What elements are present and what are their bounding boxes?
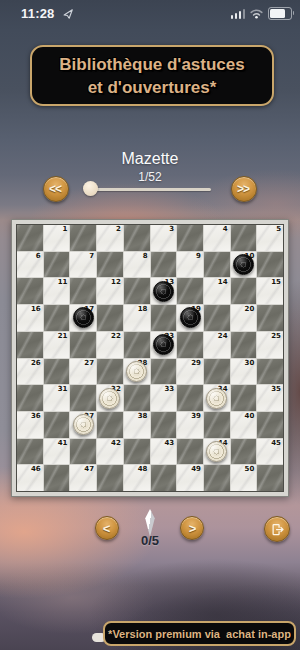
square-number: 47 — [84, 465, 94, 474]
nonplayable-square — [151, 359, 177, 385]
nonplayable-square — [124, 439, 150, 465]
square-44[interactable]: 44 — [204, 439, 230, 465]
nonplayable-square — [151, 412, 177, 438]
nonplayable-square — [97, 412, 123, 438]
square-26[interactable]: 26 — [17, 359, 43, 385]
square-9[interactable]: 9 — [177, 252, 203, 278]
nonplayable-square — [231, 225, 257, 251]
square-number: 49 — [191, 465, 201, 474]
nonplayable-square — [151, 305, 177, 331]
white-piece[interactable] — [206, 388, 227, 409]
black-piece[interactable] — [180, 307, 201, 328]
square-30[interactable]: 30 — [231, 359, 257, 385]
nonplayable-square — [257, 252, 283, 278]
nonplayable-square — [151, 465, 177, 491]
square-33[interactable]: 33 — [151, 385, 177, 411]
nonplayable-square — [204, 412, 230, 438]
white-piece[interactable] — [99, 388, 120, 409]
square-number: 43 — [164, 439, 174, 448]
nonplayable-square — [97, 252, 123, 278]
square-number: 27 — [84, 359, 94, 368]
nonplayable-square — [44, 412, 70, 438]
square-number: 41 — [58, 439, 68, 448]
nonplayable-square — [257, 412, 283, 438]
square-48[interactable]: 48 — [124, 465, 150, 491]
cellular-signal-icon — [231, 9, 246, 19]
white-piece[interactable] — [206, 441, 227, 462]
nonplayable-square — [17, 225, 43, 251]
square-number: 46 — [31, 465, 41, 474]
nonplayable-square — [204, 252, 230, 278]
nonplayable-square — [231, 332, 257, 358]
square-8[interactable]: 8 — [124, 252, 150, 278]
nonplayable-square — [124, 332, 150, 358]
nonplayable-square — [97, 305, 123, 331]
premium-note: *Version premium via achat in-app — [108, 628, 291, 640]
square-39[interactable]: 39 — [177, 412, 203, 438]
square-7[interactable]: 7 — [70, 252, 96, 278]
square-number: 8 — [143, 252, 148, 261]
square-number: 15 — [271, 278, 281, 287]
nonplayable-square — [97, 359, 123, 385]
nonplayable-square — [70, 385, 96, 411]
square-number: 45 — [271, 439, 281, 448]
square-2[interactable]: 2 — [97, 225, 123, 251]
nonplayable-square — [177, 278, 203, 304]
premium-badge: *Version premium via achat in-app — [103, 621, 296, 646]
square-16[interactable]: 16 — [17, 305, 43, 331]
square-4[interactable]: 4 — [204, 225, 230, 251]
square-38[interactable]: 38 — [124, 412, 150, 438]
nonplayable-square — [44, 359, 70, 385]
square-number: 26 — [31, 359, 41, 368]
location-arrow-icon — [62, 8, 74, 20]
app-title-line2: et d'ouvertures* — [88, 76, 217, 99]
square-number: 39 — [191, 412, 201, 421]
nonplayable-square — [124, 385, 150, 411]
battery-icon — [268, 7, 292, 20]
square-37[interactable]: 37 — [70, 412, 96, 438]
nonplayable-square — [257, 465, 283, 491]
nonplayable-square — [70, 439, 96, 465]
nonplayable-square — [70, 278, 96, 304]
nonplayable-square — [97, 465, 123, 491]
title-plaque: Bibliothèque d'astuces et d'ouvertures* — [30, 45, 274, 106]
square-number: 31 — [58, 385, 68, 394]
puzzle-name: Mazette — [0, 150, 300, 168]
square-5[interactable]: 5 — [257, 225, 283, 251]
status-bar: 11:28 — [0, 0, 300, 24]
square-number: 50 — [245, 465, 255, 474]
square-23[interactable]: 23 — [151, 332, 177, 358]
square-number: 5 — [276, 225, 281, 234]
square-number: 48 — [138, 465, 148, 474]
square-number: 6 — [36, 252, 41, 261]
square-43[interactable]: 43 — [151, 439, 177, 465]
black-piece[interactable] — [153, 334, 174, 355]
nonplayable-square — [177, 332, 203, 358]
square-36[interactable]: 36 — [17, 412, 43, 438]
square-number: 18 — [138, 305, 148, 314]
black-piece[interactable] — [73, 307, 94, 328]
square-50[interactable]: 50 — [231, 465, 257, 491]
square-number: 24 — [218, 332, 228, 341]
nonplayable-square — [124, 225, 150, 251]
square-3[interactable]: 3 — [151, 225, 177, 251]
exit-arrow-icon — [270, 522, 285, 537]
previous-puzzle-button[interactable]: << — [43, 176, 69, 202]
square-14[interactable]: 14 — [204, 278, 230, 304]
nonplayable-square — [257, 305, 283, 331]
nonplayable-square — [44, 465, 70, 491]
square-6[interactable]: 6 — [17, 252, 43, 278]
square-40[interactable]: 40 — [231, 412, 257, 438]
square-34[interactable]: 34 — [204, 385, 230, 411]
square-number: 16 — [31, 305, 41, 314]
square-19[interactable]: 19 — [177, 305, 203, 331]
square-number: 40 — [245, 412, 255, 421]
board-grid: 1234567891011121314151617181920212223242… — [16, 224, 284, 492]
nonplayable-square — [231, 278, 257, 304]
nonplayable-square — [17, 439, 43, 465]
square-number: 12 — [111, 278, 121, 287]
square-29[interactable]: 29 — [177, 359, 203, 385]
square-17[interactable]: 17 — [70, 305, 96, 331]
nonplayable-square — [70, 332, 96, 358]
square-number: 2 — [116, 225, 121, 234]
puzzle-slider-knob[interactable] — [83, 181, 98, 196]
square-number: 1 — [63, 225, 68, 234]
square-21[interactable]: 21 — [44, 332, 70, 358]
square-number: 33 — [164, 385, 174, 394]
nonplayable-square — [124, 278, 150, 304]
square-10[interactable]: 10 — [231, 252, 257, 278]
square-12[interactable]: 12 — [97, 278, 123, 304]
nonplayable-square — [70, 225, 96, 251]
clock: 11:28 — [21, 6, 55, 21]
nonplayable-square — [231, 385, 257, 411]
nonplayable-square — [231, 439, 257, 465]
square-number: 25 — [271, 332, 281, 341]
app-title-line1: Bibliothèque d'astuces — [59, 53, 244, 76]
square-45[interactable]: 45 — [257, 439, 283, 465]
square-15[interactable]: 15 — [257, 278, 283, 304]
square-13[interactable]: 13 — [151, 278, 177, 304]
nonplayable-square — [17, 278, 43, 304]
square-35[interactable]: 35 — [257, 385, 283, 411]
exit-button[interactable] — [264, 516, 290, 542]
square-27[interactable]: 27 — [70, 359, 96, 385]
square-number: 30 — [245, 359, 255, 368]
square-28[interactable]: 28 — [124, 359, 150, 385]
nonplayable-square — [44, 305, 70, 331]
square-number: 42 — [111, 439, 121, 448]
square-31[interactable]: 31 — [44, 385, 70, 411]
square-number: 9 — [196, 252, 201, 261]
square-20[interactable]: 20 — [231, 305, 257, 331]
square-number: 36 — [31, 412, 41, 421]
square-47[interactable]: 47 — [70, 465, 96, 491]
next-puzzle-button[interactable]: >> — [231, 176, 257, 202]
square-1[interactable]: 1 — [44, 225, 70, 251]
square-number: 35 — [271, 385, 281, 394]
puzzle-slider-track[interactable] — [85, 188, 211, 191]
square-18[interactable]: 18 — [124, 305, 150, 331]
nonplayable-square — [204, 465, 230, 491]
nonplayable-square — [177, 385, 203, 411]
square-42[interactable]: 42 — [97, 439, 123, 465]
black-piece[interactable] — [153, 281, 174, 302]
black-piece[interactable] — [233, 254, 254, 275]
nonplayable-square — [151, 252, 177, 278]
square-number: 11 — [58, 278, 68, 287]
nonplayable-square — [257, 359, 283, 385]
square-46[interactable]: 46 — [17, 465, 43, 491]
nonplayable-square — [44, 252, 70, 278]
square-32[interactable]: 32 — [97, 385, 123, 411]
white-piece[interactable] — [73, 414, 94, 435]
white-piece[interactable] — [126, 361, 147, 382]
square-number: 21 — [58, 332, 68, 341]
square-number: 14 — [218, 278, 228, 287]
square-number: 7 — [89, 252, 94, 261]
square-41[interactable]: 41 — [44, 439, 70, 465]
square-number: 3 — [169, 225, 174, 234]
nonplayable-square — [177, 439, 203, 465]
square-number: 4 — [223, 225, 228, 234]
draughts-board: 1234567891011121314151617181920212223242… — [11, 219, 289, 497]
square-11[interactable]: 11 — [44, 278, 70, 304]
nonplayable-square — [17, 385, 43, 411]
square-number: 38 — [138, 412, 148, 421]
square-number: 22 — [111, 332, 121, 341]
square-25[interactable]: 25 — [257, 332, 283, 358]
nonplayable-square — [17, 332, 43, 358]
nonplayable-square — [177, 225, 203, 251]
square-24[interactable]: 24 — [204, 332, 230, 358]
square-22[interactable]: 22 — [97, 332, 123, 358]
square-number: 29 — [191, 359, 201, 368]
wifi-icon — [249, 8, 264, 19]
nonplayable-square — [204, 305, 230, 331]
square-number: 20 — [245, 305, 255, 314]
nonplayable-square — [204, 359, 230, 385]
square-49[interactable]: 49 — [177, 465, 203, 491]
move-counter: 0/5 — [110, 533, 190, 548]
